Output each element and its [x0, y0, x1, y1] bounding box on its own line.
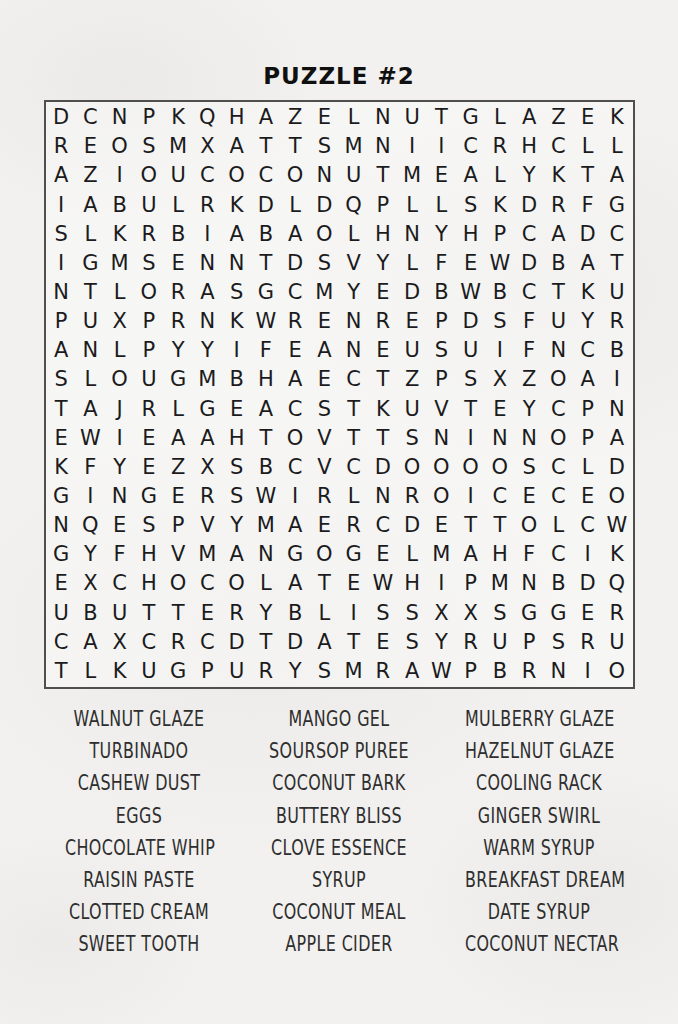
grid-cell-r1c9[interactable]: Z [281, 103, 310, 132]
grid-cell-r18c5[interactable]: T [164, 599, 193, 628]
grid-cell-r16c6[interactable]: M [193, 540, 222, 569]
grid-cell-r10c1[interactable]: S [47, 365, 76, 394]
grid-cell-r19c4[interactable]: C [134, 628, 163, 657]
grid-cell-r2c18[interactable]: C [544, 132, 573, 161]
grid-cell-r3c20[interactable]: A [602, 161, 631, 190]
grid-cell-r18c1[interactable]: U [47, 599, 76, 628]
grid-cell-r3c4[interactable]: O [134, 161, 163, 190]
grid-cell-r10c12[interactable]: T [368, 365, 397, 394]
grid-cell-r13c16[interactable]: O [485, 453, 514, 482]
grid-cell-r3c14[interactable]: E [427, 161, 456, 190]
grid-cell-r12c15[interactable]: I [456, 424, 485, 453]
grid-cell-r14c3[interactable]: N [105, 482, 134, 511]
grid-cell-r17c10[interactable]: T [310, 569, 339, 598]
grid-cell-r2c1[interactable]: R [47, 132, 76, 161]
grid-cell-r4c20[interactable]: G [602, 190, 631, 219]
grid-cell-r5c3[interactable]: K [105, 220, 134, 249]
grid-cell-r5c11[interactable]: L [339, 220, 368, 249]
grid-cell-r3c12[interactable]: T [368, 161, 397, 190]
grid-cell-r4c4[interactable]: U [134, 190, 163, 219]
grid-cell-r3c11[interactable]: U [339, 161, 368, 190]
grid-cell-r4c9[interactable]: L [281, 190, 310, 219]
grid-cell-r12c13[interactable]: S [398, 424, 427, 453]
grid-cell-r17c3[interactable]: C [105, 569, 134, 598]
grid-cell-r1c16[interactable]: L [485, 103, 514, 132]
grid-cell-r19c13[interactable]: S [398, 628, 427, 657]
grid-cell-r3c2[interactable]: Z [76, 161, 105, 190]
grid-cell-r16c10[interactable]: O [310, 540, 339, 569]
grid-cell-r6c17[interactable]: D [515, 249, 544, 278]
grid-cell-r20c13[interactable]: A [398, 657, 427, 686]
grid-cell-r9c12[interactable]: E [368, 336, 397, 365]
grid-cell-r19c8[interactable]: T [251, 628, 280, 657]
grid-cell-r2c14[interactable]: I [427, 132, 456, 161]
grid-cell-r7c6[interactable]: A [193, 278, 222, 307]
grid-cell-r4c14[interactable]: L [427, 190, 456, 219]
grid-cell-r16c4[interactable]: H [134, 540, 163, 569]
grid-cell-r18c8[interactable]: Y [251, 599, 280, 628]
grid-cell-r17c12[interactable]: W [368, 569, 397, 598]
grid-cell-r14c8[interactable]: W [251, 482, 280, 511]
grid-cell-r14c16[interactable]: C [485, 482, 514, 511]
grid-cell-r14c13[interactable]: R [398, 482, 427, 511]
grid-cell-r14c5[interactable]: E [164, 482, 193, 511]
grid-cell-r9c2[interactable]: N [76, 336, 105, 365]
grid-cell-r8c8[interactable]: W [251, 307, 280, 336]
grid-cell-r19c5[interactable]: R [164, 628, 193, 657]
grid-cell-r3c8[interactable]: C [251, 161, 280, 190]
grid-cell-r7c17[interactable]: C [515, 278, 544, 307]
grid-cell-r13c11[interactable]: C [339, 453, 368, 482]
grid-cell-r15c12[interactable]: C [368, 511, 397, 540]
grid-cell-r6c7[interactable]: N [222, 249, 251, 278]
grid-cell-r11c5[interactable]: L [164, 394, 193, 423]
grid-cell-r6c4[interactable]: S [134, 249, 163, 278]
grid-cell-r11c10[interactable]: S [310, 394, 339, 423]
grid-cell-r18c19[interactable]: E [573, 599, 602, 628]
grid-cell-r20c4[interactable]: U [134, 657, 163, 686]
grid-cell-r13c9[interactable]: C [281, 453, 310, 482]
grid-cell-r9c19[interactable]: C [573, 336, 602, 365]
grid-cell-r10c3[interactable]: O [105, 365, 134, 394]
grid-cell-r6c2[interactable]: G [76, 249, 105, 278]
grid-cell-r13c12[interactable]: D [368, 453, 397, 482]
grid-cell-r10c15[interactable]: S [456, 365, 485, 394]
grid-cell-r15c16[interactable]: T [485, 511, 514, 540]
grid-cell-r18c9[interactable]: B [281, 599, 310, 628]
grid-cell-r20c17[interactable]: R [515, 657, 544, 686]
grid-cell-r6c10[interactable]: S [310, 249, 339, 278]
grid-cell-r5c19[interactable]: D [573, 220, 602, 249]
grid-cell-r15c14[interactable]: E [427, 511, 456, 540]
grid-cell-r12c7[interactable]: H [222, 424, 251, 453]
grid-cell-r8c5[interactable]: R [164, 307, 193, 336]
grid-cell-r2c10[interactable]: S [310, 132, 339, 161]
grid-cell-r1c8[interactable]: A [251, 103, 280, 132]
grid-cell-r9c6[interactable]: Y [193, 336, 222, 365]
grid-cell-r4c8[interactable]: D [251, 190, 280, 219]
grid-cell-r11c20[interactable]: N [602, 394, 631, 423]
grid-cell-r16c7[interactable]: A [222, 540, 251, 569]
grid-cell-r14c2[interactable]: I [76, 482, 105, 511]
grid-cell-r18c11[interactable]: I [339, 599, 368, 628]
grid-cell-r14c17[interactable]: E [515, 482, 544, 511]
grid-cell-r12c6[interactable]: A [193, 424, 222, 453]
grid-cell-r11c9[interactable]: C [281, 394, 310, 423]
grid-cell-r4c18[interactable]: R [544, 190, 573, 219]
grid-cell-r8c20[interactable]: R [602, 307, 631, 336]
grid-cell-r5c6[interactable]: I [193, 220, 222, 249]
grid-cell-r7c19[interactable]: K [573, 278, 602, 307]
grid-cell-r9c15[interactable]: U [456, 336, 485, 365]
grid-cell-r19c17[interactable]: P [515, 628, 544, 657]
grid-cell-r10c17[interactable]: Z [515, 365, 544, 394]
grid-cell-r14c1[interactable]: G [47, 482, 76, 511]
grid-cell-r17c4[interactable]: H [134, 569, 163, 598]
grid-cell-r5c13[interactable]: N [398, 220, 427, 249]
grid-cell-r16c11[interactable]: G [339, 540, 368, 569]
grid-cell-r15c1[interactable]: N [47, 511, 76, 540]
grid-cell-r19c7[interactable]: D [222, 628, 251, 657]
grid-cell-r14c4[interactable]: G [134, 482, 163, 511]
grid-cell-r18c7[interactable]: R [222, 599, 251, 628]
grid-cell-r17c18[interactable]: B [544, 569, 573, 598]
grid-cell-r4c15[interactable]: S [456, 190, 485, 219]
grid-cell-r3c5[interactable]: U [164, 161, 193, 190]
grid-cell-r8c10[interactable]: E [310, 307, 339, 336]
grid-cell-r9c4[interactable]: P [134, 336, 163, 365]
grid-cell-r10c20[interactable]: I [602, 365, 631, 394]
grid-cell-r6c3[interactable]: M [105, 249, 134, 278]
grid-cell-r8c15[interactable]: D [456, 307, 485, 336]
grid-cell-r18c3[interactable]: U [105, 599, 134, 628]
grid-cell-r8c3[interactable]: X [105, 307, 134, 336]
grid-cell-r10c13[interactable]: Z [398, 365, 427, 394]
grid-cell-r7c13[interactable]: D [398, 278, 427, 307]
grid-cell-r11c3[interactable]: J [105, 394, 134, 423]
grid-cell-r18c4[interactable]: T [134, 599, 163, 628]
grid-cell-r15c17[interactable]: O [515, 511, 544, 540]
grid-cell-r16c19[interactable]: I [573, 540, 602, 569]
grid-cell-r12c17[interactable]: N [515, 424, 544, 453]
grid-cell-r15c19[interactable]: C [573, 511, 602, 540]
grid-cell-r15c13[interactable]: D [398, 511, 427, 540]
grid-cell-r15c3[interactable]: E [105, 511, 134, 540]
grid-cell-r3c3[interactable]: I [105, 161, 134, 190]
grid-cell-r17c7[interactable]: O [222, 569, 251, 598]
grid-cell-r3c1[interactable]: A [47, 161, 76, 190]
grid-cell-r5c12[interactable]: H [368, 220, 397, 249]
grid-cell-r6c15[interactable]: E [456, 249, 485, 278]
grid-cell-r7c7[interactable]: S [222, 278, 251, 307]
grid-cell-r12c20[interactable]: A [602, 424, 631, 453]
grid-cell-r9c17[interactable]: F [515, 336, 544, 365]
grid-cell-r14c12[interactable]: N [368, 482, 397, 511]
grid-cell-r18c12[interactable]: S [368, 599, 397, 628]
grid-cell-r16c18[interactable]: C [544, 540, 573, 569]
grid-cell-r1c5[interactable]: K [164, 103, 193, 132]
grid-cell-r18c2[interactable]: B [76, 599, 105, 628]
grid-cell-r12c19[interactable]: P [573, 424, 602, 453]
grid-cell-r2c3[interactable]: O [105, 132, 134, 161]
grid-cell-r14c7[interactable]: S [222, 482, 251, 511]
grid-cell-r15c11[interactable]: R [339, 511, 368, 540]
grid-cell-r9c20[interactable]: B [602, 336, 631, 365]
grid-cell-r2c20[interactable]: L [602, 132, 631, 161]
grid-cell-r19c15[interactable]: R [456, 628, 485, 657]
grid-cell-r8c9[interactable]: R [281, 307, 310, 336]
grid-cell-r20c2[interactable]: L [76, 657, 105, 686]
grid-cell-r1c6[interactable]: Q [193, 103, 222, 132]
grid-cell-r17c8[interactable]: L [251, 569, 280, 598]
grid-cell-r5c4[interactable]: R [134, 220, 163, 249]
grid-cell-r10c11[interactable]: C [339, 365, 368, 394]
grid-cell-r2c19[interactable]: L [573, 132, 602, 161]
grid-cell-r20c3[interactable]: K [105, 657, 134, 686]
grid-cell-r5c2[interactable]: L [76, 220, 105, 249]
grid-cell-r7c2[interactable]: T [76, 278, 105, 307]
grid-cell-r14c20[interactable]: O [602, 482, 631, 511]
grid-cell-r20c5[interactable]: G [164, 657, 193, 686]
grid-cell-r12c3[interactable]: I [105, 424, 134, 453]
grid-cell-r2c13[interactable]: I [398, 132, 427, 161]
grid-cell-r9c7[interactable]: I [222, 336, 251, 365]
grid-cell-r8c7[interactable]: K [222, 307, 251, 336]
grid-cell-r11c1[interactable]: T [47, 394, 76, 423]
grid-cell-r13c6[interactable]: X [193, 453, 222, 482]
grid-cell-r2c17[interactable]: H [515, 132, 544, 161]
grid-cell-r12c11[interactable]: T [339, 424, 368, 453]
grid-cell-r14c6[interactable]: R [193, 482, 222, 511]
grid-cell-r5c14[interactable]: Y [427, 220, 456, 249]
grid-cell-r18c18[interactable]: G [544, 599, 573, 628]
grid-cell-r19c18[interactable]: S [544, 628, 573, 657]
grid-cell-r19c3[interactable]: X [105, 628, 134, 657]
grid-cell-r18c20[interactable]: R [602, 599, 631, 628]
grid-cell-r6c14[interactable]: F [427, 249, 456, 278]
grid-cell-r6c5[interactable]: E [164, 249, 193, 278]
grid-cell-r15c18[interactable]: L [544, 511, 573, 540]
grid-cell-r3c6[interactable]: C [193, 161, 222, 190]
grid-cell-r2c6[interactable]: X [193, 132, 222, 161]
grid-cell-r20c7[interactable]: U [222, 657, 251, 686]
grid-cell-r19c9[interactable]: D [281, 628, 310, 657]
grid-cell-r4c17[interactable]: D [515, 190, 544, 219]
grid-cell-r14c15[interactable]: I [456, 482, 485, 511]
grid-cell-r14c19[interactable]: E [573, 482, 602, 511]
grid-cell-r18c15[interactable]: X [456, 599, 485, 628]
grid-cell-r10c8[interactable]: H [251, 365, 280, 394]
grid-cell-r16c20[interactable]: K [602, 540, 631, 569]
grid-cell-r5c18[interactable]: A [544, 220, 573, 249]
grid-cell-r16c14[interactable]: M [427, 540, 456, 569]
grid-cell-r12c2[interactable]: W [76, 424, 105, 453]
grid-cell-r6c8[interactable]: T [251, 249, 280, 278]
grid-cell-r3c9[interactable]: O [281, 161, 310, 190]
grid-cell-r2c16[interactable]: R [485, 132, 514, 161]
grid-cell-r12c8[interactable]: T [251, 424, 280, 453]
grid-cell-r9c3[interactable]: L [105, 336, 134, 365]
grid-cell-r1c1[interactable]: D [47, 103, 76, 132]
grid-cell-r4c5[interactable]: L [164, 190, 193, 219]
grid-cell-r5c1[interactable]: S [47, 220, 76, 249]
grid-cell-r13c1[interactable]: K [47, 453, 76, 482]
grid-cell-r16c3[interactable]: F [105, 540, 134, 569]
grid-cell-r7c3[interactable]: L [105, 278, 134, 307]
grid-cell-r12c12[interactable]: T [368, 424, 397, 453]
grid-cell-r10c14[interactable]: P [427, 365, 456, 394]
grid-cell-r17c9[interactable]: A [281, 569, 310, 598]
grid-cell-r11c19[interactable]: P [573, 394, 602, 423]
grid-cell-r2c15[interactable]: C [456, 132, 485, 161]
grid-cell-r14c9[interactable]: I [281, 482, 310, 511]
grid-cell-r15c2[interactable]: Q [76, 511, 105, 540]
grid-cell-r17c5[interactable]: O [164, 569, 193, 598]
grid-cell-r16c2[interactable]: Y [76, 540, 105, 569]
grid-cell-r19c16[interactable]: U [485, 628, 514, 657]
grid-cell-r16c15[interactable]: A [456, 540, 485, 569]
grid-cell-r16c9[interactable]: G [281, 540, 310, 569]
grid-cell-r19c2[interactable]: A [76, 628, 105, 657]
grid-cell-r5c5[interactable]: B [164, 220, 193, 249]
grid-cell-r20c8[interactable]: R [251, 657, 280, 686]
grid-cell-r4c12[interactable]: P [368, 190, 397, 219]
grid-cell-r7c16[interactable]: B [485, 278, 514, 307]
grid-cell-r12c4[interactable]: E [134, 424, 163, 453]
grid-cell-r1c15[interactable]: G [456, 103, 485, 132]
grid-cell-r7c18[interactable]: T [544, 278, 573, 307]
grid-cell-r5c20[interactable]: C [602, 220, 631, 249]
grid-cell-r1c10[interactable]: E [310, 103, 339, 132]
grid-cell-r11c11[interactable]: T [339, 394, 368, 423]
grid-cell-r6c6[interactable]: N [193, 249, 222, 278]
grid-cell-r3c15[interactable]: A [456, 161, 485, 190]
grid-cell-r8c19[interactable]: Y [573, 307, 602, 336]
grid-cell-r6c9[interactable]: D [281, 249, 310, 278]
grid-cell-r1c14[interactable]: T [427, 103, 456, 132]
grid-cell-r6c13[interactable]: L [398, 249, 427, 278]
grid-cell-r15c5[interactable]: P [164, 511, 193, 540]
grid-cell-r7c5[interactable]: R [164, 278, 193, 307]
grid-cell-r13c7[interactable]: S [222, 453, 251, 482]
grid-cell-r4c1[interactable]: I [47, 190, 76, 219]
grid-cell-r13c13[interactable]: O [398, 453, 427, 482]
grid-cell-r13c18[interactable]: C [544, 453, 573, 482]
grid-cell-r6c11[interactable]: V [339, 249, 368, 278]
grid-cell-r8c6[interactable]: N [193, 307, 222, 336]
grid-cell-r3c16[interactable]: L [485, 161, 514, 190]
grid-cell-r19c19[interactable]: R [573, 628, 602, 657]
grid-cell-r2c4[interactable]: S [134, 132, 163, 161]
grid-cell-r17c11[interactable]: E [339, 569, 368, 598]
grid-cell-r10c19[interactable]: A [573, 365, 602, 394]
grid-cell-r15c20[interactable]: W [602, 511, 631, 540]
grid-cell-r4c10[interactable]: D [310, 190, 339, 219]
grid-cell-r20c1[interactable]: T [47, 657, 76, 686]
grid-cell-r17c6[interactable]: C [193, 569, 222, 598]
grid-cell-r13c4[interactable]: E [134, 453, 163, 482]
grid-cell-r14c11[interactable]: L [339, 482, 368, 511]
grid-cell-r13c15[interactable]: O [456, 453, 485, 482]
grid-cell-r8c2[interactable]: U [76, 307, 105, 336]
grid-cell-r5c15[interactable]: H [456, 220, 485, 249]
grid-cell-r3c18[interactable]: K [544, 161, 573, 190]
grid-cell-r7c8[interactable]: G [251, 278, 280, 307]
grid-cell-r8c1[interactable]: P [47, 307, 76, 336]
grid-cell-r10c6[interactable]: M [193, 365, 222, 394]
grid-cell-r8c13[interactable]: E [398, 307, 427, 336]
grid-cell-r4c16[interactable]: K [485, 190, 514, 219]
grid-cell-r20c10[interactable]: S [310, 657, 339, 686]
grid-cell-r8c18[interactable]: U [544, 307, 573, 336]
grid-cell-r6c18[interactable]: B [544, 249, 573, 278]
grid-cell-r10c2[interactable]: L [76, 365, 105, 394]
grid-cell-r16c12[interactable]: E [368, 540, 397, 569]
grid-cell-r1c7[interactable]: H [222, 103, 251, 132]
grid-cell-r9c13[interactable]: U [398, 336, 427, 365]
grid-cell-r15c15[interactable]: T [456, 511, 485, 540]
grid-cell-r20c16[interactable]: B [485, 657, 514, 686]
grid-cell-r11c18[interactable]: C [544, 394, 573, 423]
grid-cell-r2c2[interactable]: E [76, 132, 105, 161]
grid-cell-r8c4[interactable]: P [134, 307, 163, 336]
grid-cell-r1c18[interactable]: Z [544, 103, 573, 132]
grid-cell-r11c8[interactable]: A [251, 394, 280, 423]
grid-cell-r16c8[interactable]: N [251, 540, 280, 569]
grid-cell-r7c11[interactable]: Y [339, 278, 368, 307]
grid-cell-r15c6[interactable]: V [193, 511, 222, 540]
grid-cell-r17c14[interactable]: I [427, 569, 456, 598]
grid-cell-r2c7[interactable]: A [222, 132, 251, 161]
grid-cell-r19c1[interactable]: C [47, 628, 76, 657]
grid-cell-r16c13[interactable]: L [398, 540, 427, 569]
grid-cell-r10c4[interactable]: U [134, 365, 163, 394]
grid-cell-r16c5[interactable]: V [164, 540, 193, 569]
grid-cell-r1c3[interactable]: N [105, 103, 134, 132]
grid-cell-r16c16[interactable]: H [485, 540, 514, 569]
grid-cell-r13c10[interactable]: V [310, 453, 339, 482]
grid-cell-r18c14[interactable]: X [427, 599, 456, 628]
grid-cell-r18c16[interactable]: S [485, 599, 514, 628]
grid-cell-r17c19[interactable]: D [573, 569, 602, 598]
grid-cell-r5c10[interactable]: O [310, 220, 339, 249]
grid-cell-r11c13[interactable]: U [398, 394, 427, 423]
grid-cell-r19c20[interactable]: U [602, 628, 631, 657]
grid-cell-r19c11[interactable]: T [339, 628, 368, 657]
grid-cell-r11c4[interactable]: R [134, 394, 163, 423]
grid-cell-r10c7[interactable]: B [222, 365, 251, 394]
grid-cell-r7c1[interactable]: N [47, 278, 76, 307]
grid-cell-r8c11[interactable]: N [339, 307, 368, 336]
grid-cell-r9c5[interactable]: Y [164, 336, 193, 365]
grid-cell-r19c12[interactable]: E [368, 628, 397, 657]
grid-cell-r15c8[interactable]: M [251, 511, 280, 540]
grid-cell-r20c11[interactable]: M [339, 657, 368, 686]
grid-cell-r5c9[interactable]: A [281, 220, 310, 249]
grid-cell-r14c14[interactable]: O [427, 482, 456, 511]
grid-cell-r1c2[interactable]: C [76, 103, 105, 132]
grid-cell-r13c3[interactable]: Y [105, 453, 134, 482]
grid-cell-r5c16[interactable]: P [485, 220, 514, 249]
grid-cell-r20c14[interactable]: W [427, 657, 456, 686]
grid-cell-r4c3[interactable]: B [105, 190, 134, 219]
grid-cell-r18c10[interactable]: L [310, 599, 339, 628]
grid-cell-r12c1[interactable]: E [47, 424, 76, 453]
grid-cell-r13c19[interactable]: L [573, 453, 602, 482]
grid-cell-r19c10[interactable]: A [310, 628, 339, 657]
grid-cell-r10c16[interactable]: X [485, 365, 514, 394]
grid-cell-r4c7[interactable]: K [222, 190, 251, 219]
